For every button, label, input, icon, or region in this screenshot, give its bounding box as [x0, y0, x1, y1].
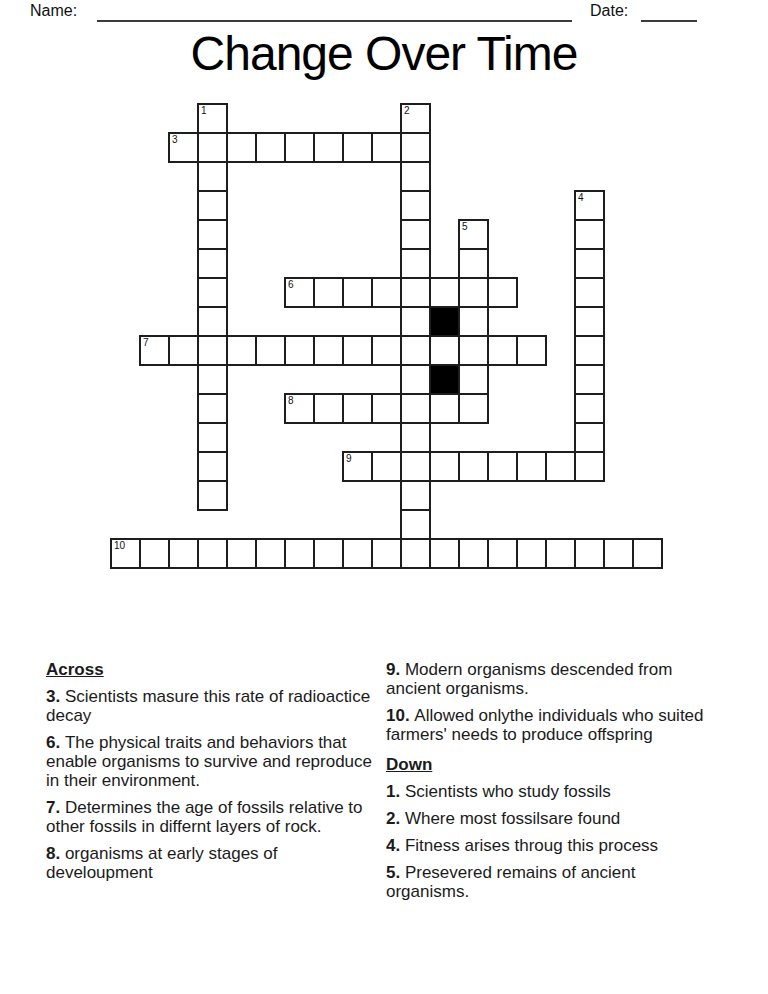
grid-cell[interactable]: [313, 393, 344, 424]
grid-cell[interactable]: [197, 132, 228, 163]
grid-cell[interactable]: [371, 132, 402, 163]
clue-number: 10: [114, 540, 125, 551]
clue-number: 4: [578, 192, 584, 203]
grid-cell[interactable]: 3: [168, 132, 199, 163]
grid-cell[interactable]: [197, 161, 228, 192]
grid-cell[interactable]: [574, 422, 605, 453]
clue-7: 7. Determines the age of fossils relativ…: [46, 798, 377, 836]
grid-cell[interactable]: [197, 480, 228, 511]
grid-cell[interactable]: [516, 335, 547, 366]
grid-cell[interactable]: [400, 509, 431, 540]
grid-cell[interactable]: [284, 132, 315, 163]
grid-cell[interactable]: [400, 132, 431, 163]
grid-cell[interactable]: [400, 219, 431, 250]
grid-cell[interactable]: [400, 306, 431, 337]
grid-cell[interactable]: 7: [139, 335, 170, 366]
clue-4: 4. Fitness arises throug this process: [386, 836, 717, 855]
clue-number: 5: [462, 221, 468, 232]
clue-10: 10. Allowed onlythe individuals who suit…: [386, 706, 717, 744]
grid-cell[interactable]: [371, 335, 402, 366]
grid-cell[interactable]: [371, 538, 402, 569]
grid-cell[interactable]: [574, 335, 605, 366]
grid-cell[interactable]: [371, 277, 402, 308]
grid-cell[interactable]: [342, 277, 373, 308]
grid-cell[interactable]: [400, 393, 431, 424]
grid-cell[interactable]: [574, 364, 605, 395]
grid-cell[interactable]: [284, 335, 315, 366]
grid-cell[interactable]: [371, 393, 402, 424]
grid-cell[interactable]: [400, 422, 431, 453]
grid-cell[interactable]: [197, 393, 228, 424]
grid-cell[interactable]: 1: [197, 103, 228, 134]
grid-cell[interactable]: [487, 451, 518, 482]
black-cell: [429, 364, 460, 395]
grid-cell[interactable]: [574, 277, 605, 308]
grid-cell[interactable]: [342, 335, 373, 366]
clue-2: 2. Where most fossilsare found: [386, 809, 717, 828]
clue-3: 3. Scientists masure this rate of radioa…: [46, 687, 377, 725]
name-underline: [97, 6, 572, 22]
grid-cell[interactable]: [429, 393, 460, 424]
grid-cell[interactable]: [400, 277, 431, 308]
grid-cell[interactable]: [458, 335, 489, 366]
grid-cell[interactable]: 4: [574, 190, 605, 221]
grid-cell[interactable]: [197, 248, 228, 279]
grid-cell[interactable]: [574, 248, 605, 279]
grid-cell[interactable]: [226, 132, 257, 163]
grid-cell[interactable]: [168, 538, 199, 569]
clue-number: 3: [172, 134, 178, 145]
grid-cell[interactable]: [487, 335, 518, 366]
grid-cell[interactable]: [574, 219, 605, 250]
grid-cell[interactable]: [545, 451, 576, 482]
grid-cell[interactable]: [371, 451, 402, 482]
black-cell: [429, 306, 460, 337]
grid-cell[interactable]: [516, 451, 547, 482]
grid-cell[interactable]: [284, 538, 315, 569]
grid-cell[interactable]: [197, 277, 228, 308]
clue-number: 6: [288, 279, 294, 290]
grid-cell[interactable]: [197, 422, 228, 453]
date-label: Date:: [590, 2, 628, 20]
grid-cell[interactable]: 5: [458, 219, 489, 250]
grid-cell[interactable]: [487, 538, 518, 569]
grid-cell[interactable]: [255, 538, 286, 569]
grid-cell[interactable]: [400, 364, 431, 395]
grid-cell[interactable]: [197, 335, 228, 366]
grid-cell[interactable]: [429, 277, 460, 308]
date-underline: [641, 6, 697, 22]
grid-cell[interactable]: 2: [400, 103, 431, 134]
grid-cell[interactable]: [313, 277, 344, 308]
grid-cell[interactable]: [574, 393, 605, 424]
grid-cell[interactable]: [574, 451, 605, 482]
grid-cell[interactable]: [400, 335, 431, 366]
clue-5: 5. Presevered remains of ancient organis…: [386, 863, 717, 901]
clue-8: 8. organisms at early stages of develoup…: [46, 844, 377, 882]
clue-number: 9: [346, 453, 352, 464]
grid-cell[interactable]: [400, 480, 431, 511]
grid-cell[interactable]: [197, 190, 228, 221]
grid-cell[interactable]: [458, 306, 489, 337]
clue-column-left: Across3. Scientists masure this rate of …: [46, 660, 377, 882]
grid-cell[interactable]: [458, 393, 489, 424]
clue-number: 7: [143, 337, 149, 348]
clue-column-right: 9. Modern organisms descended from ancie…: [386, 660, 717, 901]
grid-cell[interactable]: [429, 538, 460, 569]
grid-cell[interactable]: 10: [110, 538, 141, 569]
clue-6: 6. The physical traits and behaviors tha…: [46, 733, 377, 790]
clue-1: 1. Scientists who study fossils: [386, 782, 717, 801]
grid-cell[interactable]: [574, 306, 605, 337]
grid-cell[interactable]: [342, 538, 373, 569]
clue-number: 2: [404, 105, 410, 116]
clue-number: 8: [288, 395, 294, 406]
grid-cell[interactable]: [574, 538, 605, 569]
grid-cell[interactable]: 8: [284, 393, 315, 424]
grid-cell[interactable]: [458, 538, 489, 569]
grid-cell[interactable]: [400, 248, 431, 279]
grid-cell[interactable]: [400, 451, 431, 482]
grid-cell[interactable]: [168, 335, 199, 366]
worksheet: Name: Date: Change Over Time 12345678910…: [0, 0, 768, 994]
grid-cell[interactable]: [429, 451, 460, 482]
grid-cell[interactable]: [400, 538, 431, 569]
grid-cell[interactable]: [197, 538, 228, 569]
grid-cell[interactable]: [313, 335, 344, 366]
grid-cell[interactable]: [197, 364, 228, 395]
down-heading: Down: [386, 755, 717, 774]
grid-cell[interactable]: [342, 393, 373, 424]
crossword-grid: 12345678910: [110, 103, 663, 569]
page-title: Change Over Time: [0, 26, 768, 81]
grid-cell[interactable]: [458, 277, 489, 308]
grid-cell[interactable]: [313, 132, 344, 163]
grid-cell[interactable]: [632, 538, 663, 569]
grid-cell[interactable]: [226, 538, 257, 569]
clue-number: 1: [201, 105, 207, 116]
grid-cell[interactable]: [458, 248, 489, 279]
grid-cell[interactable]: [255, 335, 286, 366]
grid-cell[interactable]: [400, 161, 431, 192]
grid-cell[interactable]: [255, 132, 286, 163]
clue-9: 9. Modern organisms descended from ancie…: [386, 660, 717, 698]
grid-cell[interactable]: [516, 538, 547, 569]
grid-cell[interactable]: [458, 364, 489, 395]
grid-cell[interactable]: [487, 277, 518, 308]
grid-cell[interactable]: [139, 538, 170, 569]
grid-cell[interactable]: 6: [284, 277, 315, 308]
grid-cell[interactable]: [429, 335, 460, 366]
across-heading: Across: [46, 660, 377, 679]
grid-cell[interactable]: [226, 335, 257, 366]
grid-cell[interactable]: [458, 451, 489, 482]
grid-cell[interactable]: [197, 451, 228, 482]
name-label: Name:: [30, 2, 77, 20]
grid-cell[interactable]: [545, 538, 576, 569]
grid-cell[interactable]: [400, 190, 431, 221]
grid-cell[interactable]: [313, 538, 344, 569]
grid-cell[interactable]: 9: [342, 451, 373, 482]
grid-cell[interactable]: [197, 306, 228, 337]
grid-cell[interactable]: [603, 538, 634, 569]
grid-cell[interactable]: [197, 219, 228, 250]
grid-cell[interactable]: [342, 132, 373, 163]
